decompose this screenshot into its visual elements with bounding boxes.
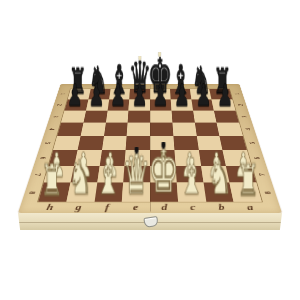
rank-label: 1 [233, 93, 241, 95]
square-g2[interactable]: ♟ [86, 99, 109, 110]
square-a3[interactable] [214, 111, 239, 123]
square-c3[interactable] [171, 111, 194, 123]
square-c8[interactable]: ♝ [177, 183, 206, 202]
rank-label: 1 [59, 93, 67, 95]
rank-label: 6 [252, 157, 261, 159]
rank-label: 8 [27, 191, 37, 194]
white-king[interactable]: ♚ [148, 142, 179, 201]
square-e4[interactable] [127, 123, 150, 136]
square-h8[interactable]: ♜ [38, 183, 70, 202]
square-g3[interactable] [83, 111, 107, 123]
board-grid: ♜♞♝♛♚♝♞♜♟♟♟♟♟♟♟♟♟♟♟♟♟♟♟♟♜♞♝♛♚♝♞♜ [37, 89, 263, 203]
square-a4[interactable] [217, 123, 243, 136]
white-rook[interactable]: ♜ [41, 159, 64, 202]
board-frame: hgfedcba 12345678 ♜♞♝♛♚♝♞♜♟♟♟♟♟♟♟♟♟♟♟♟♟♟… [18, 84, 282, 213]
rank-label: 7 [33, 173, 43, 176]
file-label: e [133, 202, 139, 213]
white-rook[interactable]: ♜ [236, 159, 259, 202]
square-e3[interactable] [128, 111, 150, 123]
black-pawn[interactable]: ♟ [131, 80, 147, 110]
black-finial-icon [162, 141, 166, 149]
file-label: b [218, 202, 226, 213]
ivory-finial-icon [159, 51, 162, 57]
rank-label: 2 [236, 104, 244, 106]
ivory-finial-icon [138, 54, 141, 60]
square-a8[interactable]: ♜ [230, 183, 262, 202]
square-d3[interactable] [150, 111, 172, 123]
chess-board: hgfedcba 12345678 ♜♞♝♛♚♝♞♜♟♟♟♟♟♟♟♟♟♟♟♟♟♟… [18, 84, 282, 213]
square-b2[interactable]: ♟ [191, 99, 214, 110]
square-d4[interactable] [150, 123, 173, 136]
black-pawn[interactable]: ♟ [217, 80, 233, 110]
white-bishop[interactable]: ♝ [95, 152, 121, 202]
square-a2[interactable]: ♟ [212, 99, 236, 110]
black-pawn[interactable]: ♟ [153, 80, 169, 110]
square-f2[interactable]: ♟ [107, 99, 129, 110]
black-pawn[interactable]: ♟ [110, 80, 126, 110]
square-d8[interactable]: ♚ [150, 183, 178, 202]
black-pawn[interactable]: ♟ [89, 80, 105, 110]
square-e2[interactable]: ♟ [129, 99, 150, 110]
white-knight[interactable]: ♞ [68, 155, 92, 201]
rank-label: 3 [52, 115, 60, 117]
square-b3[interactable] [193, 111, 217, 123]
square-b8[interactable]: ♞ [203, 183, 234, 202]
square-h4[interactable] [57, 123, 83, 136]
black-pawn[interactable]: ♟ [174, 80, 190, 110]
square-e8[interactable]: ♛ [122, 183, 150, 202]
rank-label: 5 [248, 142, 257, 144]
chess-set-photo: hgfedcba 12345678 ♜♞♝♛♚♝♞♜♟♟♟♟♟♟♟♟♟♟♟♟♟♟… [0, 0, 300, 300]
black-finial-icon [134, 145, 138, 153]
rank-label: 6 [38, 157, 47, 159]
file-label: d [161, 202, 167, 213]
square-f3[interactable] [106, 111, 129, 123]
square-b4[interactable] [194, 123, 219, 136]
rank-label: 7 [257, 173, 267, 176]
file-label: c [190, 202, 196, 213]
file-label: a [246, 202, 255, 213]
black-pawn[interactable]: ♟ [195, 80, 211, 110]
square-h3[interactable] [61, 111, 86, 123]
black-pawn[interactable]: ♟ [67, 80, 83, 110]
square-h2[interactable]: ♟ [65, 99, 89, 110]
square-g4[interactable] [80, 123, 105, 136]
file-label: g [75, 202, 83, 213]
square-f8[interactable]: ♝ [94, 183, 123, 202]
rank-label: 3 [240, 115, 248, 117]
square-g8[interactable]: ♞ [66, 183, 97, 202]
square-c2[interactable]: ♟ [171, 99, 193, 110]
square-f4[interactable] [104, 123, 128, 136]
file-label: f [105, 202, 110, 213]
rank-label: 8 [262, 191, 272, 194]
square-c4[interactable] [172, 123, 196, 136]
white-bishop[interactable]: ♝ [179, 152, 205, 202]
rank-label: 4 [48, 128, 57, 130]
rank-label: 4 [244, 128, 253, 130]
white-knight[interactable]: ♞ [208, 155, 232, 201]
folded-box-side [18, 213, 282, 230]
white-queen[interactable]: ♛ [122, 147, 151, 202]
square-d2[interactable]: ♟ [150, 99, 171, 110]
rank-label: 5 [43, 142, 52, 144]
file-label: h [45, 202, 54, 213]
rank-label: 2 [56, 104, 64, 106]
file-labels-near: hgfedcba [34, 202, 266, 213]
latch-icon [143, 216, 158, 228]
